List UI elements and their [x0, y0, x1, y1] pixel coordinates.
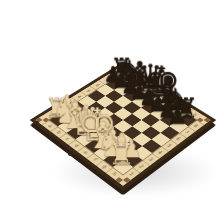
clasp-knob [68, 151, 73, 156]
piece-black-pawn[interactable]: ♟ [162, 104, 192, 127]
hinge-knob [36, 121, 39, 124]
product-photo: abcdefgh abcdefgh 87654321 87654321 ♜♞♝♛… [0, 0, 220, 200]
piece-white-rook[interactable]: ♜ [105, 139, 137, 168]
